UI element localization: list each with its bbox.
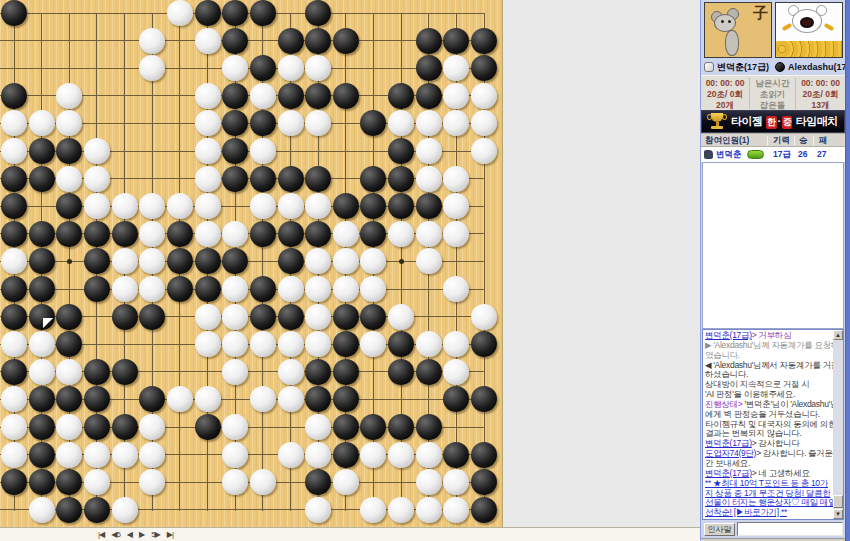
playback-controls: |◀◀5◀▶5▶▶| — [98, 530, 173, 540]
banner-text: 타이젬 — [731, 115, 763, 127]
black-stone — [56, 469, 82, 495]
white-stone — [443, 497, 469, 523]
white-stone — [443, 193, 469, 219]
white-stone — [195, 110, 221, 136]
white-stone — [84, 442, 110, 468]
black-stone — [471, 386, 497, 412]
white-stone — [305, 276, 331, 302]
character-arm-icon — [824, 23, 835, 31]
white-stone-icon — [704, 62, 714, 72]
black-stone — [416, 414, 442, 440]
black-stone — [1, 469, 27, 495]
white-stone — [416, 497, 442, 523]
black-stone — [250, 166, 276, 192]
white-stone — [250, 138, 276, 164]
participant-row[interactable]: 변덕춘 17급 26 27 — [701, 147, 845, 162]
white-stone — [195, 221, 221, 247]
black-stone — [443, 386, 469, 412]
black-stone — [1, 193, 27, 219]
chat-user-link[interactable]: 변덕춘(17급) — [705, 330, 752, 340]
black-stone — [29, 304, 55, 330]
black-stone — [305, 0, 331, 26]
go-board[interactable] — [0, 0, 503, 527]
playback-button[interactable]: ◀5 — [111, 530, 120, 540]
white-stone — [305, 248, 331, 274]
white-stone — [222, 221, 248, 247]
black-stone — [84, 386, 110, 412]
chat-text: 하셨습니다. — [705, 369, 748, 379]
black-stone — [360, 221, 386, 247]
black-stone — [1, 276, 27, 302]
event-banner[interactable]: 타이젬 한·중 타임매치 — [701, 110, 845, 133]
black-stone — [84, 359, 110, 385]
black-stone — [56, 221, 82, 247]
black-stone — [222, 110, 248, 136]
character-mouth-icon — [800, 17, 814, 28]
playback-button[interactable]: ◀ — [127, 530, 132, 540]
star-point — [399, 259, 404, 264]
white-stone — [222, 359, 248, 385]
black-stone — [388, 166, 414, 192]
black-stone — [471, 497, 497, 523]
header-losses: 패 — [819, 135, 828, 147]
chat-text[interactable]: ** ★최대 10억 T포인트 등 총 10가 — [705, 478, 828, 488]
playback-button[interactable]: |◀ — [98, 530, 104, 540]
black-stone — [305, 166, 331, 192]
black-stone — [167, 248, 193, 274]
white-stone — [222, 276, 248, 302]
black-stone — [29, 469, 55, 495]
black-stone — [1, 0, 27, 26]
app-window: |◀◀5◀▶5▶▶| 子 변덕춘(17급) Alexdashu(17급) — [0, 0, 850, 541]
participant-wins: 26 — [798, 149, 807, 159]
black-stone — [360, 193, 386, 219]
black-stone — [305, 469, 331, 495]
black-stone — [222, 166, 248, 192]
mouse-body-icon — [725, 30, 739, 56]
white-stone — [471, 304, 497, 330]
greeting-button[interactable]: 인사말 — [704, 523, 735, 536]
white-stone — [29, 331, 55, 357]
white-stone — [29, 110, 55, 136]
black-stone — [56, 138, 82, 164]
black-stone — [333, 442, 359, 468]
white-stone — [167, 0, 193, 26]
white-stone — [360, 497, 386, 523]
chat-text: 간 보내세요. — [705, 458, 750, 468]
black-stone — [139, 386, 165, 412]
black-stone — [388, 331, 414, 357]
white-stone — [84, 193, 110, 219]
white-stone — [139, 221, 165, 247]
black-stone — [250, 221, 276, 247]
black-stone — [84, 221, 110, 247]
white-player-avatar: 子 — [704, 2, 772, 58]
black-stone — [250, 110, 276, 136]
white-stone — [388, 110, 414, 136]
participants-table-header: 참여인원(1) 기력 승 패 — [701, 133, 845, 147]
timer-labels-column: 남은시간 초읽기 잡은돌 — [750, 76, 795, 111]
mouse-eye-icon — [728, 20, 731, 23]
white-stone — [139, 28, 165, 54]
black-stone — [1, 359, 27, 385]
white-stone — [360, 276, 386, 302]
white-stone — [29, 359, 55, 385]
white-stone — [195, 304, 221, 330]
black-stone — [112, 221, 138, 247]
playback-strip: |◀◀5◀▶5▶▶| — [0, 527, 700, 541]
white-stone — [443, 359, 469, 385]
white-stone — [195, 28, 221, 54]
white-stone — [1, 414, 27, 440]
white-stone — [222, 304, 248, 330]
white-remaining-time: 00: 00: 00 — [701, 78, 749, 88]
black-stone — [333, 193, 359, 219]
white-stone — [278, 442, 304, 468]
black-stone — [29, 386, 55, 412]
black-stone — [305, 83, 331, 109]
white-stone — [195, 83, 221, 109]
black-stone — [222, 83, 248, 109]
black-stone — [84, 276, 110, 302]
chat-messages: 변덕춘(17급)> 거부하심▶ 'Alexdashu'님께 자동계가를 요청하였… — [705, 331, 833, 518]
white-stone — [305, 414, 331, 440]
game-info-panel: 子 변덕춘(17급) Alexdashu(17급) 00: 00: 00 — [700, 0, 850, 541]
black-stone — [56, 193, 82, 219]
white-stone — [416, 110, 442, 136]
black-stone — [112, 304, 138, 330]
black-stone — [222, 248, 248, 274]
white-stone — [278, 386, 304, 412]
black-stone — [333, 331, 359, 357]
white-stone — [56, 166, 82, 192]
white-stone — [443, 55, 469, 81]
thumbs-up-icon — [704, 150, 713, 159]
scroll-down-button[interactable]: ▼ — [833, 509, 843, 519]
black-stone — [305, 221, 331, 247]
black-stone — [250, 0, 276, 26]
white-stone — [471, 138, 497, 164]
black-stone — [416, 83, 442, 109]
scrollbar-thumb[interactable] — [833, 495, 843, 508]
black-stone — [333, 414, 359, 440]
chat-user-link[interactable]: 변덕춘(17급) — [705, 438, 752, 448]
black-stone — [195, 414, 221, 440]
black-stone — [471, 469, 497, 495]
chat-user-link[interactable]: 도엽자74(9단) — [705, 448, 756, 458]
participant-rank: 17급 — [773, 149, 791, 161]
banner-dot: · — [778, 115, 781, 127]
black-stone — [29, 276, 55, 302]
window-edge — [845, 0, 850, 541]
black-stone — [278, 83, 304, 109]
white-stone — [1, 331, 27, 357]
black-stone — [360, 110, 386, 136]
black-stone — [416, 193, 442, 219]
black-stone — [388, 359, 414, 385]
white-stone — [278, 359, 304, 385]
white-stone — [333, 248, 359, 274]
white-stone — [84, 469, 110, 495]
character-arm-icon — [782, 23, 793, 31]
chat-text: 였습니다. — [705, 350, 740, 360]
white-stone — [139, 248, 165, 274]
white-stone — [416, 331, 442, 357]
trophy-icon — [705, 112, 729, 131]
black-stone — [222, 0, 248, 26]
chat-text: 진행상태> — [705, 399, 745, 409]
black-stone — [250, 304, 276, 330]
chat-text: 'AI 판정'을 이용해주세요. — [705, 389, 795, 399]
white-stone — [333, 221, 359, 247]
black-stone — [278, 166, 304, 192]
white-stone — [443, 221, 469, 247]
white-stone — [139, 276, 165, 302]
white-stone — [84, 166, 110, 192]
white-stone — [195, 386, 221, 412]
white-stone — [360, 442, 386, 468]
chat-text: > 감사합니다 — [752, 438, 800, 448]
white-stone — [1, 386, 27, 412]
chat-text: > 감사합니다. 즐거운 시 — [756, 448, 843, 458]
chat-scrollbar[interactable]: ▲ ▼ — [833, 330, 843, 519]
chat-text[interactable]: 선물이 터지는 행운상자♡ 매일 매일 — [705, 497, 836, 507]
white-stone — [471, 110, 497, 136]
playback-button[interactable]: ▶| — [167, 530, 173, 540]
white-stone — [139, 55, 165, 81]
star-point — [67, 259, 72, 264]
black-timer-column: 00: 00: 00 20초/ 0회 13개 — [796, 76, 845, 111]
black-stone — [1, 304, 27, 330]
black-stone — [471, 55, 497, 81]
black-stone — [56, 304, 82, 330]
white-stone — [388, 497, 414, 523]
white-stone — [139, 193, 165, 219]
white-stone — [139, 442, 165, 468]
participant-name[interactable]: 변덕춘 — [716, 149, 742, 161]
white-stone — [195, 138, 221, 164]
white-stone — [29, 497, 55, 523]
black-stone — [278, 28, 304, 54]
white-stone — [250, 469, 276, 495]
black-stone — [84, 497, 110, 523]
header-wins: 승 — [799, 135, 808, 147]
white-stone — [416, 442, 442, 468]
white-stone — [112, 193, 138, 219]
black-stone — [333, 359, 359, 385]
white-stone — [84, 138, 110, 164]
black-stone — [443, 28, 469, 54]
header-rank: 기력 — [773, 135, 790, 147]
white-stone — [278, 276, 304, 302]
white-stone — [305, 304, 331, 330]
black-stone — [388, 83, 414, 109]
scroll-up-button[interactable]: ▲ — [833, 330, 843, 340]
white-stone — [56, 414, 82, 440]
black-stone — [29, 248, 55, 274]
white-stone — [250, 193, 276, 219]
white-stone — [1, 442, 27, 468]
white-stone — [443, 469, 469, 495]
black-remaining-time: 00: 00: 00 — [796, 78, 845, 88]
white-stone — [443, 110, 469, 136]
chat-text: ▶ 'Alexdashu'님께 자동계가를 요청하 — [705, 340, 839, 350]
white-stone — [388, 442, 414, 468]
white-stone — [222, 442, 248, 468]
black-stone — [139, 304, 165, 330]
white-stone — [195, 166, 221, 192]
white-stone — [222, 469, 248, 495]
divider — [767, 136, 768, 146]
chat-input[interactable] — [737, 522, 843, 536]
white-stone — [305, 55, 331, 81]
white-stone — [56, 442, 82, 468]
white-stone — [333, 276, 359, 302]
white-stone — [360, 331, 386, 357]
white-stone — [443, 83, 469, 109]
black-stone — [250, 276, 276, 302]
white-stone — [443, 331, 469, 357]
chat-text[interactable]: 선착순! [▶바로가기] ** — [705, 507, 787, 517]
chat-text: 결과는 번복되지 않습니다. — [705, 428, 801, 438]
white-stone — [416, 248, 442, 274]
white-stone — [1, 248, 27, 274]
black-player-avatar — [775, 2, 843, 58]
white-stone — [167, 193, 193, 219]
white-stone — [388, 221, 414, 247]
white-stone — [360, 248, 386, 274]
white-stone — [250, 386, 276, 412]
white-stone — [195, 193, 221, 219]
chat-text: > 네 고생하세요 — [752, 468, 810, 478]
black-stone — [360, 414, 386, 440]
black-stone — [222, 28, 248, 54]
black-stone — [305, 386, 331, 412]
white-stone — [56, 83, 82, 109]
black-stone — [29, 442, 55, 468]
white-stone — [195, 331, 221, 357]
black-stone — [416, 28, 442, 54]
chat-text: 상대방이 지속적으로 거절 시 — [705, 379, 810, 389]
chat-user-link[interactable]: 변덕춘(17급) — [705, 468, 752, 478]
white-stone — [139, 414, 165, 440]
chat-text: 타이젬규칙 및 대국자의 동의에 의한 이 — [705, 419, 844, 429]
chat-line: 선착순! [▶바로가기] ** — [705, 508, 833, 518]
banner-text: 타임매치 — [796, 115, 838, 127]
playback-button[interactable]: ▶ — [139, 530, 144, 540]
chat-area[interactable]: 변덕춘(17급)> 거부하심▶ 'Alexdashu'님께 자동계가를 요청하였… — [702, 329, 844, 520]
white-stone — [278, 110, 304, 136]
black-stone — [56, 386, 82, 412]
grade-badge-icon — [747, 150, 764, 159]
white-stone — [1, 110, 27, 136]
hanja-glyph: 子 — [753, 4, 768, 23]
header-participants: 참여인원(1) — [705, 135, 749, 147]
black-stone — [388, 193, 414, 219]
white-stone — [305, 193, 331, 219]
black-stone — [305, 28, 331, 54]
chat-text[interactable]: 지 상품 중 1개 무조건 당첨! 달콤한 — [705, 488, 830, 498]
white-stone — [388, 304, 414, 330]
black-stone — [29, 221, 55, 247]
black-stone — [278, 304, 304, 330]
chat-input-row: 인사말 — [701, 520, 845, 538]
chat-text: '변덕춘'님이 'Alexdashu'님 — [745, 399, 839, 409]
black-stone — [29, 138, 55, 164]
black-stone — [471, 28, 497, 54]
white-timer-column: 00: 00: 00 20초/ 0회 20개 — [701, 76, 749, 111]
black-stone — [278, 248, 304, 274]
black-stone — [416, 359, 442, 385]
black-stone — [195, 0, 221, 26]
black-stone — [112, 359, 138, 385]
white-stone — [278, 55, 304, 81]
white-stone — [416, 469, 442, 495]
chat-text: ◀ 'Alexdashu'님께서 자동계가를 거절 — [705, 360, 839, 370]
black-stone — [305, 359, 331, 385]
participant-losses: 27 — [817, 149, 826, 159]
black-player-name: Alexdashu(17급) — [788, 61, 845, 74]
white-stone — [112, 442, 138, 468]
black-stone-icon — [775, 62, 785, 72]
white-player-name: 변덕춘(17급) — [717, 61, 769, 74]
white-stone — [139, 469, 165, 495]
black-stone — [471, 331, 497, 357]
black-stone — [112, 414, 138, 440]
black-stone — [195, 248, 221, 274]
white-stone — [56, 359, 82, 385]
white-stone — [416, 166, 442, 192]
black-stone — [360, 166, 386, 192]
black-stone — [1, 166, 27, 192]
white-stone — [305, 497, 331, 523]
participant-list-area[interactable] — [702, 162, 844, 329]
black-stone — [167, 276, 193, 302]
white-stone — [333, 469, 359, 495]
black-stone — [84, 248, 110, 274]
white-stone — [443, 166, 469, 192]
gold-coins-icon — [776, 41, 842, 57]
white-stone — [278, 331, 304, 357]
black-stone — [443, 442, 469, 468]
black-stone — [360, 304, 386, 330]
white-stone — [1, 138, 27, 164]
white-stone — [443, 276, 469, 302]
black-stone — [1, 83, 27, 109]
black-stone — [56, 331, 82, 357]
black-stone — [333, 28, 359, 54]
black-stone — [250, 55, 276, 81]
mouse-eye-icon — [721, 20, 724, 23]
white-stone — [471, 83, 497, 109]
white-stone — [305, 331, 331, 357]
black-stone — [471, 442, 497, 468]
black-stone — [333, 83, 359, 109]
black-stone — [333, 386, 359, 412]
playback-button[interactable]: 5▶ — [151, 530, 160, 540]
white-stone — [305, 110, 331, 136]
chat-text: > 거부하심 — [752, 330, 792, 340]
white-stone — [278, 193, 304, 219]
banner-chn-box: 중 — [782, 116, 793, 129]
black-stone — [29, 166, 55, 192]
divider — [813, 136, 814, 146]
chat-text: 에게 벽 판정승을 거두셨습니다. — [705, 409, 820, 419]
white-stone — [56, 110, 82, 136]
black-stone — [278, 221, 304, 247]
timers-panel: 00: 00: 00 20초/ 0회 20개 남은시간 초읽기 잡은돌 00: … — [701, 75, 845, 110]
black-stone — [388, 414, 414, 440]
